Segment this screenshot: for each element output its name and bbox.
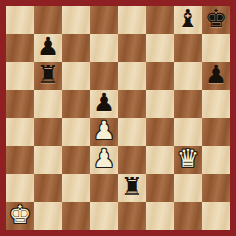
square-e5[interactable] bbox=[118, 90, 146, 118]
square-e8[interactable] bbox=[118, 6, 146, 34]
square-c2[interactable] bbox=[62, 174, 90, 202]
square-c8[interactable] bbox=[62, 6, 90, 34]
square-a7[interactable] bbox=[6, 34, 34, 62]
square-f6[interactable] bbox=[146, 62, 174, 90]
square-d4[interactable]: ♟ bbox=[90, 118, 118, 146]
square-d7[interactable] bbox=[90, 34, 118, 62]
square-b2[interactable] bbox=[34, 174, 62, 202]
square-g6[interactable] bbox=[174, 62, 202, 90]
square-a1[interactable]: ♚ bbox=[6, 202, 34, 230]
square-c7[interactable] bbox=[62, 34, 90, 62]
square-b7[interactable]: ♟ bbox=[34, 34, 62, 62]
square-b3[interactable] bbox=[34, 146, 62, 174]
square-e2[interactable]: ♜ bbox=[118, 174, 146, 202]
square-a4[interactable] bbox=[6, 118, 34, 146]
black-rook-icon: ♜ bbox=[121, 174, 143, 201]
square-a6[interactable] bbox=[6, 62, 34, 90]
square-d2[interactable] bbox=[90, 174, 118, 202]
square-g8[interactable]: ♝ bbox=[174, 6, 202, 34]
black-pawn-icon: ♟ bbox=[37, 34, 59, 61]
chess-board-frame: ♝♚♟♜♟♟♟♟♛♜♚ bbox=[0, 0, 236, 236]
square-h7[interactable] bbox=[202, 34, 230, 62]
square-h5[interactable] bbox=[202, 90, 230, 118]
black-rook-icon: ♜ bbox=[37, 62, 59, 89]
square-f8[interactable] bbox=[146, 6, 174, 34]
square-b6[interactable]: ♜ bbox=[34, 62, 62, 90]
square-f4[interactable] bbox=[146, 118, 174, 146]
square-c4[interactable] bbox=[62, 118, 90, 146]
square-a2[interactable] bbox=[6, 174, 34, 202]
square-b5[interactable] bbox=[34, 90, 62, 118]
square-h6[interactable]: ♟ bbox=[202, 62, 230, 90]
square-g2[interactable] bbox=[174, 174, 202, 202]
square-e6[interactable] bbox=[118, 62, 146, 90]
white-king-icon: ♚ bbox=[9, 202, 31, 229]
square-b8[interactable] bbox=[34, 6, 62, 34]
square-f7[interactable] bbox=[146, 34, 174, 62]
white-pawn-icon: ♟ bbox=[93, 146, 115, 173]
square-h3[interactable] bbox=[202, 146, 230, 174]
square-g5[interactable] bbox=[174, 90, 202, 118]
black-king-icon: ♚ bbox=[205, 6, 227, 33]
square-b1[interactable] bbox=[34, 202, 62, 230]
square-g7[interactable] bbox=[174, 34, 202, 62]
square-d6[interactable] bbox=[90, 62, 118, 90]
square-h1[interactable] bbox=[202, 202, 230, 230]
square-a8[interactable] bbox=[6, 6, 34, 34]
black-pawn-icon: ♟ bbox=[93, 90, 115, 117]
square-f5[interactable] bbox=[146, 90, 174, 118]
chess-board: ♝♚♟♜♟♟♟♟♛♜♚ bbox=[6, 6, 230, 230]
square-c1[interactable] bbox=[62, 202, 90, 230]
square-d8[interactable] bbox=[90, 6, 118, 34]
square-e1[interactable] bbox=[118, 202, 146, 230]
square-g4[interactable] bbox=[174, 118, 202, 146]
square-e7[interactable] bbox=[118, 34, 146, 62]
square-e4[interactable] bbox=[118, 118, 146, 146]
square-f2[interactable] bbox=[146, 174, 174, 202]
square-d3[interactable]: ♟ bbox=[90, 146, 118, 174]
square-c3[interactable] bbox=[62, 146, 90, 174]
square-d5[interactable]: ♟ bbox=[90, 90, 118, 118]
square-h4[interactable] bbox=[202, 118, 230, 146]
white-queen-icon: ♛ bbox=[177, 146, 199, 173]
square-h2[interactable] bbox=[202, 174, 230, 202]
square-b4[interactable] bbox=[34, 118, 62, 146]
square-g1[interactable] bbox=[174, 202, 202, 230]
square-c5[interactable] bbox=[62, 90, 90, 118]
white-pawn-icon: ♟ bbox=[93, 118, 115, 145]
square-a3[interactable] bbox=[6, 146, 34, 174]
square-f3[interactable] bbox=[146, 146, 174, 174]
square-c6[interactable] bbox=[62, 62, 90, 90]
square-a5[interactable] bbox=[6, 90, 34, 118]
square-f1[interactable] bbox=[146, 202, 174, 230]
square-d1[interactable] bbox=[90, 202, 118, 230]
square-h8[interactable]: ♚ bbox=[202, 6, 230, 34]
square-g3[interactable]: ♛ bbox=[174, 146, 202, 174]
black-bishop-icon: ♝ bbox=[177, 6, 199, 33]
black-pawn-icon: ♟ bbox=[205, 62, 227, 89]
square-e3[interactable] bbox=[118, 146, 146, 174]
